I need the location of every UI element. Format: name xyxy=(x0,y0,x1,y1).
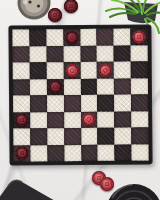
square-g2[interactable] xyxy=(115,128,132,145)
square-d6[interactable] xyxy=(63,62,80,79)
square-c3[interactable] xyxy=(47,112,64,129)
square-e3[interactable] xyxy=(81,111,98,128)
square-a1[interactable] xyxy=(13,145,30,162)
square-f8[interactable] xyxy=(97,29,114,46)
square-h1[interactable] xyxy=(132,144,149,161)
square-c7[interactable] xyxy=(46,46,63,63)
square-d1[interactable] xyxy=(64,144,81,161)
square-h8[interactable] xyxy=(131,28,148,45)
square-a4[interactable] xyxy=(13,95,30,112)
square-c2[interactable] xyxy=(47,128,64,145)
square-f7[interactable] xyxy=(97,45,114,62)
square-h3[interactable] xyxy=(131,111,148,128)
square-c4[interactable] xyxy=(47,95,64,112)
square-g3[interactable] xyxy=(114,111,131,128)
red-checker[interactable] xyxy=(132,30,145,43)
square-f6[interactable] xyxy=(97,62,114,79)
square-h4[interactable] xyxy=(131,94,148,111)
fabric-case xyxy=(0,180,64,200)
burgundy-checker[interactable] xyxy=(65,31,78,44)
square-c1[interactable] xyxy=(47,145,64,162)
square-h2[interactable] xyxy=(131,127,148,144)
square-g8[interactable] xyxy=(114,29,131,46)
square-e2[interactable] xyxy=(81,128,98,145)
square-b6[interactable] xyxy=(30,62,47,79)
red-checker[interactable] xyxy=(83,113,96,126)
square-e6[interactable] xyxy=(80,62,97,79)
burgundy-checker[interactable] xyxy=(49,80,62,93)
red-checker[interactable] xyxy=(65,64,78,77)
square-b7[interactable] xyxy=(29,46,46,63)
square-a7[interactable] xyxy=(13,46,30,63)
square-d4[interactable] xyxy=(64,95,81,112)
square-b5[interactable] xyxy=(30,79,47,96)
square-g6[interactable] xyxy=(114,62,131,79)
square-f1[interactable] xyxy=(98,144,115,161)
square-g1[interactable] xyxy=(115,144,132,161)
square-c5[interactable] xyxy=(47,79,64,96)
square-b4[interactable] xyxy=(30,95,47,112)
square-f5[interactable] xyxy=(97,78,114,95)
board-grid xyxy=(12,28,148,161)
square-a3[interactable] xyxy=(13,112,30,129)
dark-checkers-stack xyxy=(106,184,160,200)
square-e1[interactable] xyxy=(81,144,98,161)
square-e5[interactable] xyxy=(80,78,97,95)
square-d5[interactable] xyxy=(63,79,80,96)
square-b3[interactable] xyxy=(30,112,47,129)
square-d7[interactable] xyxy=(63,46,80,63)
square-h5[interactable] xyxy=(131,78,148,95)
square-h7[interactable] xyxy=(131,45,148,62)
square-c6[interactable] xyxy=(46,62,63,79)
square-d2[interactable] xyxy=(64,128,81,145)
square-e7[interactable] xyxy=(80,45,97,62)
tabletop-scene xyxy=(0,0,160,200)
red-checker-offboard[interactable] xyxy=(100,177,114,191)
square-a2[interactable] xyxy=(13,128,30,145)
square-h6[interactable] xyxy=(131,61,148,78)
square-f4[interactable] xyxy=(97,95,114,112)
square-d8[interactable] xyxy=(63,29,80,46)
square-f3[interactable] xyxy=(98,111,115,128)
square-d3[interactable] xyxy=(64,111,81,128)
burgundy-checker-offboard[interactable] xyxy=(48,8,62,22)
checkers-board xyxy=(8,24,152,165)
square-b2[interactable] xyxy=(30,128,47,145)
square-a8[interactable] xyxy=(12,29,29,46)
square-g5[interactable] xyxy=(114,78,131,95)
burgundy-checker[interactable] xyxy=(15,114,28,127)
square-a6[interactable] xyxy=(13,62,30,79)
candle-jar xyxy=(18,0,51,20)
red-checker[interactable] xyxy=(99,63,112,76)
square-c8[interactable] xyxy=(46,29,63,46)
burgundy-checker[interactable] xyxy=(15,147,28,160)
square-g4[interactable] xyxy=(114,95,131,112)
square-a5[interactable] xyxy=(13,79,30,96)
square-e8[interactable] xyxy=(80,29,97,46)
square-b1[interactable] xyxy=(30,145,47,162)
square-b8[interactable] xyxy=(29,29,46,46)
square-g7[interactable] xyxy=(114,45,131,62)
square-f2[interactable] xyxy=(98,128,115,145)
square-e4[interactable] xyxy=(81,95,98,112)
